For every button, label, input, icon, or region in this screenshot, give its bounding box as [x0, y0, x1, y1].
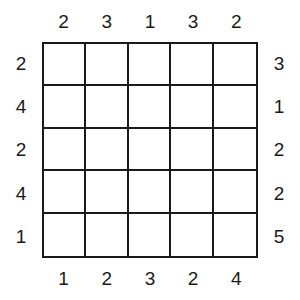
- board-cell-r3c4[interactable]: [171, 129, 213, 171]
- board-cell-r1c4[interactable]: [171, 44, 213, 86]
- clue-top-3: 1: [128, 0, 171, 42]
- board-cell-r4c4[interactable]: [171, 171, 213, 213]
- board-cell-r2c2[interactable]: [86, 86, 128, 128]
- board-cell-r5c3[interactable]: [129, 214, 171, 256]
- board-cell-r4c1[interactable]: [44, 171, 86, 213]
- board-cell-r1c3[interactable]: [129, 44, 171, 86]
- board-cell-r1c2[interactable]: [86, 44, 128, 86]
- clue-top-1: 2: [42, 0, 85, 42]
- board-cell-r2c1[interactable]: [44, 86, 86, 128]
- board-cell-r4c2[interactable]: [86, 171, 128, 213]
- board-cell-r1c5[interactable]: [214, 44, 256, 86]
- clue-bottom-2: 2: [85, 258, 128, 300]
- puzzle-board: [42, 42, 258, 258]
- clue-bottom-1: 1: [42, 258, 85, 300]
- board-cell-r5c2[interactable]: [86, 214, 128, 256]
- clue-bottom-3: 3: [128, 258, 171, 300]
- clue-left-1: 2: [0, 42, 42, 85]
- clue-top-2: 3: [85, 0, 128, 42]
- clue-top-4: 3: [172, 0, 215, 42]
- board-cell-r5c4[interactable]: [171, 214, 213, 256]
- clue-bottom-5: 4: [215, 258, 258, 300]
- board-cell-r2c4[interactable]: [171, 86, 213, 128]
- board-cell-r1c1[interactable]: [44, 44, 86, 86]
- board-cell-r3c2[interactable]: [86, 129, 128, 171]
- clue-left-4: 4: [0, 172, 42, 215]
- board-cell-r4c5[interactable]: [214, 171, 256, 213]
- board-cell-r3c1[interactable]: [44, 129, 86, 171]
- board-cell-r2c3[interactable]: [129, 86, 171, 128]
- clue-right-5: 5: [258, 215, 300, 258]
- clue-right-3: 2: [258, 128, 300, 171]
- skyscrapers-puzzle: 21233241132232422415: [0, 0, 300, 300]
- clue-left-2: 4: [0, 85, 42, 128]
- board-cell-r3c3[interactable]: [129, 129, 171, 171]
- clue-left-3: 2: [0, 128, 42, 171]
- board-cell-r3c5[interactable]: [214, 129, 256, 171]
- clue-right-4: 2: [258, 172, 300, 215]
- clue-top-5: 2: [215, 0, 258, 42]
- clue-right-2: 1: [258, 85, 300, 128]
- board-cell-r5c5[interactable]: [214, 214, 256, 256]
- clue-left-5: 1: [0, 215, 42, 258]
- clue-right-1: 3: [258, 42, 300, 85]
- board-cell-r5c1[interactable]: [44, 214, 86, 256]
- board-cell-r2c5[interactable]: [214, 86, 256, 128]
- clue-bottom-4: 2: [172, 258, 215, 300]
- board-cell-r4c3[interactable]: [129, 171, 171, 213]
